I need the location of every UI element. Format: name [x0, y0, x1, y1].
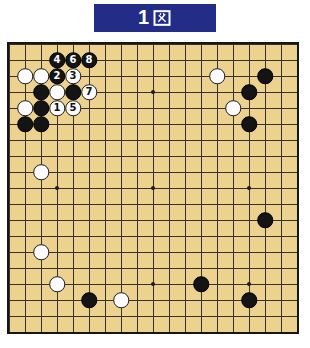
black-stone — [33, 116, 49, 132]
black-stone — [257, 212, 273, 228]
star-point — [247, 282, 251, 286]
move-1-stone: 1 — [49, 100, 65, 116]
black-stone — [65, 84, 81, 100]
move-4-stone: 4 — [49, 52, 65, 68]
diagram-number: 1 — [138, 7, 149, 27]
move-6-stone: 6 — [65, 52, 81, 68]
white-stone — [33, 164, 49, 180]
white-stone — [33, 244, 49, 260]
star-point — [151, 186, 155, 190]
move-5-stone: 5 — [65, 100, 81, 116]
white-stone — [209, 68, 225, 84]
black-stone — [257, 68, 273, 84]
zu-kanji-glyph — [152, 8, 172, 28]
move-3-stone: 3 — [65, 68, 81, 84]
black-stone — [33, 84, 49, 100]
go-board: 46823715 — [7, 42, 299, 334]
star-point — [55, 186, 59, 190]
move-7-stone: 7 — [81, 84, 97, 100]
black-stone — [17, 116, 33, 132]
white-stone — [49, 276, 65, 292]
white-stone — [225, 100, 241, 116]
black-stone — [33, 100, 49, 116]
white-stone — [113, 292, 129, 308]
black-stone — [241, 116, 257, 132]
diagram-page: 1 46823715 — [0, 0, 310, 348]
white-stone — [33, 68, 49, 84]
white-stone — [49, 84, 65, 100]
star-point — [151, 90, 155, 94]
black-stone — [241, 84, 257, 100]
black-stone — [241, 292, 257, 308]
black-stone — [81, 292, 97, 308]
black-stone — [193, 276, 209, 292]
star-point — [151, 282, 155, 286]
white-stone — [17, 100, 33, 116]
white-stone — [17, 68, 33, 84]
move-2-stone: 2 — [49, 68, 65, 84]
star-point — [247, 186, 251, 190]
diagram-title-banner: 1 — [94, 4, 216, 32]
move-8-stone: 8 — [81, 52, 97, 68]
